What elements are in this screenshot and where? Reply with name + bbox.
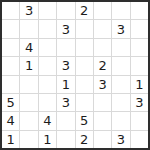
clue-digit: 2	[80, 4, 88, 17]
cell-r4c4[interactable]: 3	[57, 57, 74, 74]
cell-r5c5[interactable]	[76, 76, 93, 93]
cell-r1c8[interactable]	[131, 2, 148, 19]
cell-r1c2[interactable]: 3	[20, 2, 37, 19]
cell-r7c2[interactable]	[20, 112, 37, 129]
cell-r8c6[interactable]	[94, 131, 111, 148]
cell-r6c2[interactable]	[20, 94, 37, 111]
clue-digit: 4	[43, 114, 51, 127]
cell-r3c7[interactable]	[112, 39, 129, 56]
cell-r5c4[interactable]: 1	[57, 76, 74, 93]
clue-digit: 1	[7, 133, 15, 146]
puzzle-board: 323341321315334451123	[0, 0, 150, 150]
cell-r7c3[interactable]: 4	[39, 112, 56, 129]
cell-r5c2[interactable]	[20, 76, 37, 93]
cell-r4c6[interactable]: 2	[94, 57, 111, 74]
cell-r7c6[interactable]	[94, 112, 111, 129]
cell-r8c8[interactable]	[131, 131, 148, 148]
cell-r1c1[interactable]	[2, 2, 19, 19]
clue-digit: 5	[80, 114, 88, 127]
cell-r1c5[interactable]: 2	[76, 2, 93, 19]
cell-r2c2[interactable]	[20, 20, 37, 37]
clue-digit: 2	[98, 59, 106, 72]
clue-digit: 3	[62, 59, 70, 72]
cell-r4c5[interactable]	[76, 57, 93, 74]
cell-r2c1[interactable]	[2, 20, 19, 37]
cell-r2c7[interactable]: 3	[112, 20, 129, 37]
clue-digit: 3	[117, 23, 125, 36]
cell-r2c5[interactable]	[76, 20, 93, 37]
clue-digit: 4	[25, 41, 33, 54]
cell-r2c8[interactable]	[131, 20, 148, 37]
cell-r4c2[interactable]: 1	[20, 57, 37, 74]
clue-digit: 3	[98, 78, 106, 91]
cell-r6c5[interactable]	[76, 94, 93, 111]
clue-digit: 3	[62, 23, 70, 36]
cell-r3c1[interactable]	[2, 39, 19, 56]
cell-r8c4[interactable]	[57, 131, 74, 148]
cell-r7c1[interactable]: 4	[2, 112, 19, 129]
clue-digit: 4	[7, 114, 15, 127]
cell-r3c5[interactable]	[76, 39, 93, 56]
cell-r7c7[interactable]	[112, 112, 129, 129]
clue-digit: 5	[7, 96, 15, 109]
cell-r6c8[interactable]: 3	[131, 94, 148, 111]
cell-r3c8[interactable]	[131, 39, 148, 56]
cell-r8c7[interactable]: 3	[112, 131, 129, 148]
clue-digit: 1	[135, 78, 143, 91]
cell-r8c2[interactable]	[20, 131, 37, 148]
clue-digit: 3	[135, 96, 143, 109]
cell-r6c6[interactable]	[94, 94, 111, 111]
cell-r1c6[interactable]	[94, 2, 111, 19]
cell-r2c6[interactable]	[94, 20, 111, 37]
clue-digit: 1	[62, 78, 70, 91]
cell-r3c3[interactable]	[39, 39, 56, 56]
clue-digit: 3	[25, 4, 33, 17]
cell-r6c7[interactable]	[112, 94, 129, 111]
cell-r1c3[interactable]	[39, 2, 56, 19]
cell-r5c7[interactable]	[112, 76, 129, 93]
cell-r2c4[interactable]: 3	[57, 20, 74, 37]
cell-r1c7[interactable]	[112, 2, 129, 19]
clue-digit: 2	[80, 133, 88, 146]
cell-r8c3[interactable]: 1	[39, 131, 56, 148]
cell-r4c1[interactable]	[2, 57, 19, 74]
cell-r4c8[interactable]	[131, 57, 148, 74]
cell-r8c5[interactable]: 2	[76, 131, 93, 148]
cell-r7c5[interactable]: 5	[76, 112, 93, 129]
clue-digit: 3	[62, 96, 70, 109]
cell-r7c4[interactable]	[57, 112, 74, 129]
cell-r1c4[interactable]	[57, 2, 74, 19]
clue-digit: 3	[117, 133, 125, 146]
clue-digit: 1	[43, 133, 51, 146]
cell-r6c4[interactable]: 3	[57, 94, 74, 111]
cell-r5c8[interactable]: 1	[131, 76, 148, 93]
cell-r3c6[interactable]	[94, 39, 111, 56]
cell-r3c2[interactable]: 4	[20, 39, 37, 56]
cell-r2c3[interactable]	[39, 20, 56, 37]
cell-r8c1[interactable]: 1	[2, 131, 19, 148]
cell-r6c3[interactable]	[39, 94, 56, 111]
clue-digit: 1	[25, 59, 33, 72]
cell-r7c8[interactable]	[131, 112, 148, 129]
cell-r4c7[interactable]	[112, 57, 129, 74]
cell-r4c3[interactable]	[39, 57, 56, 74]
cell-r5c1[interactable]	[2, 76, 19, 93]
cell-r5c6[interactable]: 3	[94, 76, 111, 93]
cell-r5c3[interactable]	[39, 76, 56, 93]
cell-r3c4[interactable]	[57, 39, 74, 56]
cell-r6c1[interactable]: 5	[2, 94, 19, 111]
